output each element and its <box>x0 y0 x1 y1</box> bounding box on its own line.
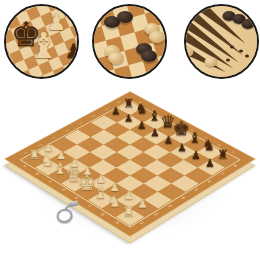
black-pawn: ♟ <box>123 113 133 124</box>
square-a4 <box>64 130 90 145</box>
square-d2: ♟ <box>75 168 102 184</box>
file-label: c <box>47 180 53 184</box>
square-b4 <box>77 137 103 152</box>
black-queen: ♛ <box>159 113 175 131</box>
square-g7: ♟ <box>184 152 211 167</box>
rank-labels-left: 12345678 <box>17 97 128 157</box>
file-label: b <box>34 172 41 176</box>
file-label: a <box>22 164 29 168</box>
square-f8: ♝ <box>183 137 209 152</box>
black-knight: ♞ <box>201 138 214 153</box>
board-frame: ♜♞♝♛♚♝♞♜♟♟♟♟♟♟♟♟♟♟♟♟♟♟♟♟♜♞♝♛♚♝♞♜ abcdefg… <box>4 91 256 237</box>
clasp-ring-icon <box>55 207 74 224</box>
square-a6 <box>91 115 117 129</box>
file-label: d <box>177 122 183 125</box>
file-label: g <box>216 143 222 147</box>
black-pawn: ♟ <box>177 142 187 153</box>
black-pawn: ♟ <box>136 120 146 131</box>
rank-label: 1 <box>139 221 146 225</box>
rank-label: 2 <box>37 143 44 147</box>
square-d6 <box>130 137 156 152</box>
product-photo: ♚♝♟♟ ♜♞♝♛♚♝♞♜♟♟♟♟♟♟♟♟♟♟♟♟♟♟♟♟♜♞♝♛♚♝♞♜ ab… <box>0 0 260 260</box>
black-pawn: ♟ <box>150 127 160 138</box>
white-bishop: ♝ <box>53 161 67 176</box>
file-label: e <box>190 129 196 132</box>
square-a2: ♟ <box>37 145 64 160</box>
rank-label: 7 <box>219 172 225 176</box>
rank-label: 7 <box>103 107 109 110</box>
white-pawn: ♟ <box>56 150 66 161</box>
file-label: d <box>60 188 67 192</box>
rank-label: 8 <box>116 101 122 104</box>
rank-label: 2 <box>153 212 160 216</box>
rank-label: 4 <box>180 196 187 200</box>
file-label: f <box>204 136 209 139</box>
square-d7: ♟ <box>143 130 169 145</box>
white-pawn: ♟ <box>82 166 92 177</box>
square-c8: ♝ <box>143 115 169 129</box>
chess-board: ♜♞♝♛♚♝♞♜♟♟♟♟♟♟♟♟♟♟♟♟♟♟♟♟♜♞♝♛♚♝♞♜ abcdefg… <box>4 91 256 237</box>
black-pawn: ♟ <box>163 135 173 146</box>
file-labels-top: abcdefgh <box>132 97 243 157</box>
square-f7: ♟ <box>170 145 197 160</box>
square-c7: ♟ <box>130 122 156 137</box>
square-a5 <box>78 122 104 137</box>
board-scene: ♜♞♝♛♚♝♞♜♟♟♟♟♟♟♟♟♟♟♟♟♟♟♟♟♜♞♝♛♚♝♞♜ abcdefg… <box>0 0 260 260</box>
white-rook: ♜ <box>28 148 40 161</box>
black-rook: ♜ <box>216 148 228 161</box>
black-rook: ♜ <box>123 97 134 109</box>
file-label: b <box>151 108 157 111</box>
square-b6 <box>104 122 130 137</box>
rank-label: 6 <box>206 179 213 183</box>
square-c6 <box>117 130 143 145</box>
square-d5 <box>117 145 144 160</box>
file-label: c <box>164 115 170 118</box>
black-bishop: ♝ <box>148 109 161 123</box>
file-label: g <box>100 212 107 216</box>
rank-label: 4 <box>64 129 70 133</box>
rank-label: 1 <box>23 151 30 155</box>
square-e6 <box>143 145 170 160</box>
white-pawn: ♟ <box>43 142 53 153</box>
square-e8: ♚ <box>169 130 195 145</box>
square-c4 <box>90 145 117 160</box>
file-label: h <box>230 150 236 154</box>
black-knight: ♞ <box>134 102 147 116</box>
file-label: h <box>114 221 121 225</box>
square-b7: ♟ <box>117 115 143 129</box>
rank-label: 5 <box>77 121 83 124</box>
square-d8: ♛ <box>156 122 182 137</box>
square-e7: ♟ <box>156 137 182 152</box>
rank-label: 3 <box>166 204 173 208</box>
square-a8: ♜ <box>117 101 143 115</box>
black-king: ♚ <box>172 119 190 139</box>
square-a3 <box>51 137 77 152</box>
file-label: a <box>138 101 144 104</box>
square-b8: ♞ <box>130 108 156 122</box>
file-label: f <box>87 204 93 207</box>
rank-label: 6 <box>90 114 96 117</box>
square-b3 <box>63 145 90 160</box>
black-bishop: ♝ <box>188 131 201 146</box>
rank-label: 5 <box>193 187 200 191</box>
black-pawn: ♟ <box>110 106 119 117</box>
black-pawn: ♟ <box>190 150 200 161</box>
square-b5 <box>91 130 117 145</box>
rank-label: 8 <box>232 164 238 168</box>
square-g8: ♞ <box>197 145 224 160</box>
square-a7: ♟ <box>104 108 130 122</box>
rank-label: 3 <box>51 136 57 140</box>
square-c5 <box>104 137 130 152</box>
